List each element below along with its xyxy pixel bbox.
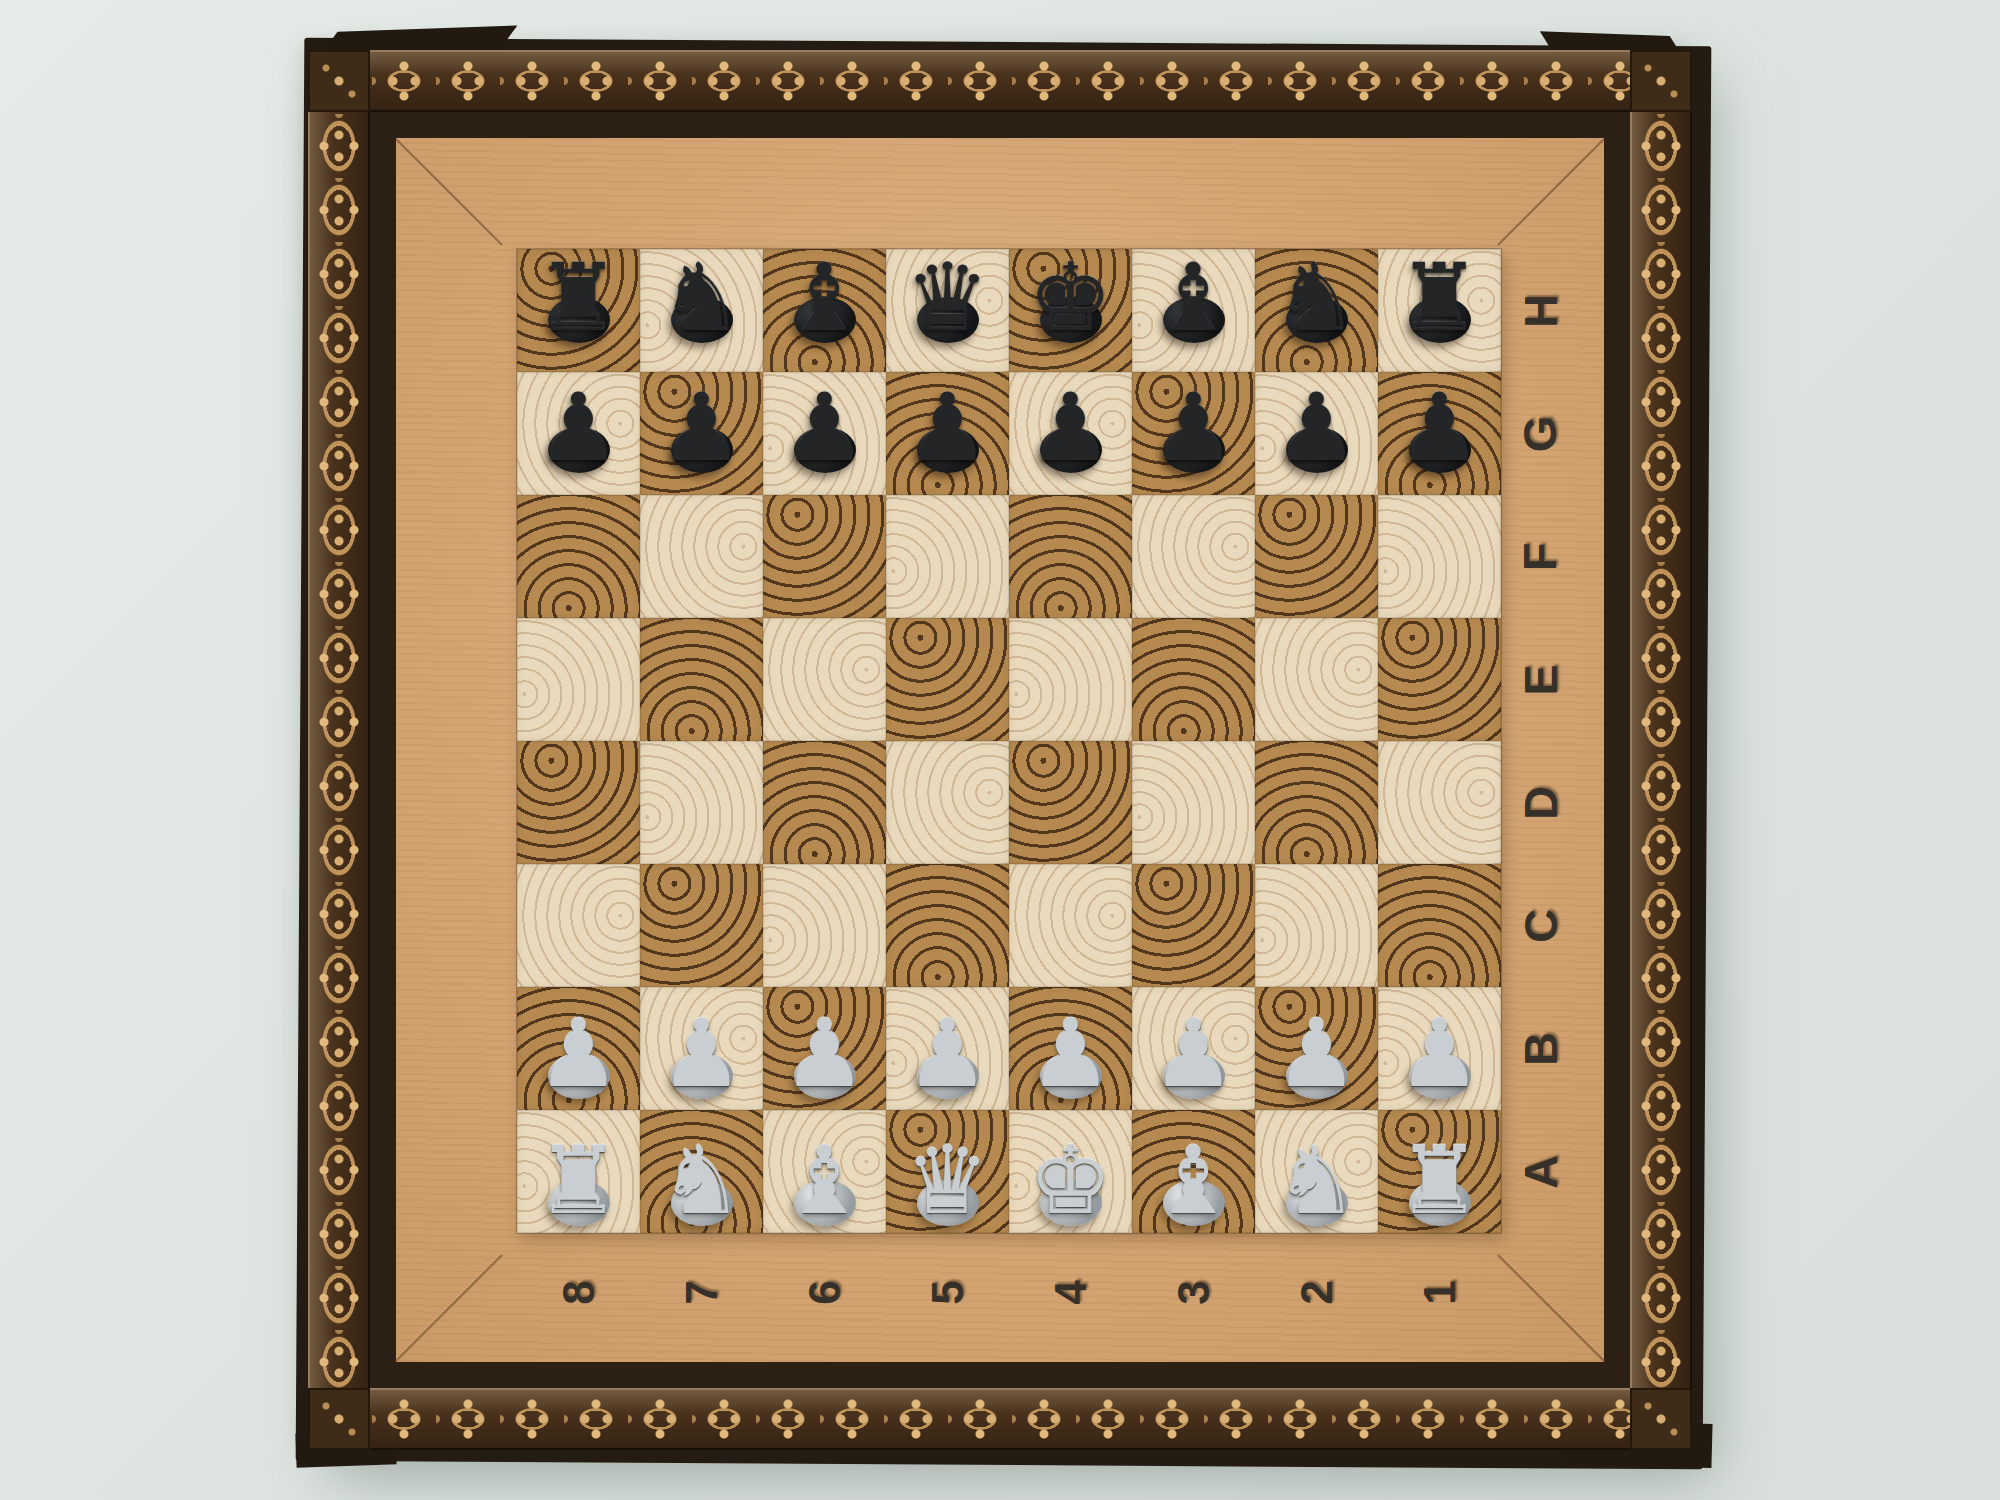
file-label-D: D (1500, 741, 1580, 864)
square-b2[interactable]: ♟ (1255, 987, 1378, 1110)
square-a6[interactable]: ♝ (763, 1110, 886, 1233)
piece-bP[interactable]: ♟ (1397, 381, 1481, 475)
square-f3[interactable] (1132, 495, 1255, 618)
square-a1[interactable]: ♜ (1378, 1110, 1501, 1233)
square-h7[interactable]: ♞ (640, 249, 763, 372)
piece-bB[interactable]: ♝ (782, 251, 866, 345)
square-a8[interactable]: ♜ (517, 1110, 640, 1233)
piece-wB[interactable]: ♝ (1151, 1134, 1235, 1228)
square-d7[interactable] (640, 741, 763, 864)
square-c7[interactable] (640, 864, 763, 987)
square-e7[interactable] (640, 618, 763, 741)
square-d1[interactable] (1378, 741, 1501, 864)
square-g8[interactable]: ♟ (517, 372, 640, 495)
square-a7[interactable]: ♞ (640, 1110, 763, 1233)
rank-label-7: 7 (640, 1244, 763, 1340)
rank-label-6: 6 (763, 1244, 886, 1340)
frame-corner (1630, 50, 1692, 112)
piece-wR[interactable]: ♜ (1397, 1134, 1481, 1228)
rank-label-1: 1 (1378, 1244, 1501, 1340)
square-e8[interactable] (517, 618, 640, 741)
square-g7[interactable]: ♟ (640, 372, 763, 495)
square-g1[interactable]: ♟ (1378, 372, 1501, 495)
photo-stage: ♜♞♝♛♚♝♞♜♟♟♟♟♟♟♟♟♟♟♟♟♟♟♟♟♜♞♝♛♚♝♞♜ HGFEDCB… (0, 0, 2000, 1500)
square-a3[interactable]: ♝ (1132, 1110, 1255, 1233)
frame-ornate-right (1630, 50, 1692, 1450)
piece-wN[interactable]: ♞ (1274, 1134, 1358, 1228)
square-b1[interactable]: ♟ (1378, 987, 1501, 1110)
square-h1[interactable]: ♜ (1378, 249, 1501, 372)
frame-ornate-top (308, 50, 1692, 112)
square-f6[interactable] (763, 495, 886, 618)
square-g2[interactable]: ♟ (1255, 372, 1378, 495)
piece-wP[interactable]: ♟ (905, 1007, 989, 1101)
square-e6[interactable] (763, 618, 886, 741)
piece-bK[interactable]: ♚ (1028, 251, 1112, 345)
square-d6[interactable] (763, 741, 886, 864)
square-b4[interactable]: ♟ (1009, 987, 1132, 1110)
piece-wP[interactable]: ♟ (536, 1007, 620, 1101)
piece-bP[interactable]: ♟ (905, 381, 989, 475)
piece-wP[interactable]: ♟ (1397, 1007, 1481, 1101)
piece-bP[interactable]: ♟ (536, 381, 620, 475)
piece-wR[interactable]: ♜ (536, 1134, 620, 1228)
square-b3[interactable]: ♟ (1132, 987, 1255, 1110)
square-d5[interactable] (886, 741, 1009, 864)
piece-bQ[interactable]: ♛ (905, 251, 989, 345)
rank-label-4: 4 (1009, 1244, 1132, 1340)
chess-board: ♜♞♝♛♚♝♞♜♟♟♟♟♟♟♟♟♟♟♟♟♟♟♟♟♜♞♝♛♚♝♞♜ (517, 249, 1501, 1233)
square-h6[interactable]: ♝ (763, 249, 886, 372)
square-h3[interactable]: ♝ (1132, 249, 1255, 372)
piece-bP[interactable]: ♟ (1151, 381, 1235, 475)
rank-label-3: 3 (1132, 1244, 1255, 1340)
square-f7[interactable] (640, 495, 763, 618)
frame-corner (308, 1388, 370, 1450)
file-labels: HGFEDCBA (1500, 249, 1580, 1233)
square-a2[interactable]: ♞ (1255, 1110, 1378, 1233)
file-label-G: G (1500, 372, 1580, 495)
square-f1[interactable] (1378, 495, 1501, 618)
rank-labels: 87654321 (517, 1244, 1501, 1340)
frame-ornate-bottom (308, 1388, 1692, 1450)
square-a5[interactable]: ♛ (886, 1110, 1009, 1233)
square-f5[interactable] (886, 495, 1009, 618)
file-label-A: A (1500, 1110, 1580, 1233)
rank-label-5: 5 (886, 1244, 1009, 1340)
piece-bR[interactable]: ♜ (1397, 251, 1481, 345)
rank-label-8: 8 (517, 1244, 640, 1340)
piece-wK[interactable]: ♚ (1028, 1134, 1112, 1228)
square-g5[interactable]: ♟ (886, 372, 1009, 495)
piece-wP[interactable]: ♟ (1028, 1007, 1112, 1101)
piece-bR[interactable]: ♜ (536, 251, 620, 345)
piece-wB[interactable]: ♝ (782, 1134, 866, 1228)
frame-corner (1630, 1388, 1692, 1450)
square-c4[interactable] (1009, 864, 1132, 987)
piece-bP[interactable]: ♟ (782, 381, 866, 475)
square-h5[interactable]: ♛ (886, 249, 1009, 372)
piece-bN[interactable]: ♞ (1274, 251, 1358, 345)
piece-wQ[interactable]: ♛ (905, 1134, 989, 1228)
file-label-H: H (1500, 249, 1580, 372)
rank-label-2: 2 (1255, 1244, 1378, 1340)
square-d8[interactable] (517, 741, 640, 864)
square-f2[interactable] (1255, 495, 1378, 618)
square-a4[interactable]: ♚ (1009, 1110, 1132, 1233)
piece-wP[interactable]: ♟ (782, 1007, 866, 1101)
square-h8[interactable]: ♜ (517, 249, 640, 372)
square-d3[interactable] (1132, 741, 1255, 864)
square-e5[interactable] (886, 618, 1009, 741)
piece-bB[interactable]: ♝ (1151, 251, 1235, 345)
square-c1[interactable] (1378, 864, 1501, 987)
frame-corner (308, 50, 370, 112)
square-g4[interactable]: ♟ (1009, 372, 1132, 495)
piece-wP[interactable]: ♟ (1151, 1007, 1235, 1101)
square-e2[interactable] (1255, 618, 1378, 741)
file-label-C: C (1500, 864, 1580, 987)
square-e3[interactable] (1132, 618, 1255, 741)
square-b6[interactable]: ♟ (763, 987, 886, 1110)
square-d2[interactable] (1255, 741, 1378, 864)
square-f4[interactable] (1009, 495, 1132, 618)
square-c6[interactable] (763, 864, 886, 987)
square-d4[interactable] (1009, 741, 1132, 864)
frame-ornate-left (308, 50, 370, 1450)
piece-wN[interactable]: ♞ (659, 1134, 743, 1228)
file-label-F: F (1500, 495, 1580, 618)
square-b7[interactable]: ♟ (640, 987, 763, 1110)
square-h4[interactable]: ♚ (1009, 249, 1132, 372)
square-e4[interactable] (1009, 618, 1132, 741)
piece-bN[interactable]: ♞ (659, 251, 743, 345)
square-f8[interactable] (517, 495, 640, 618)
square-b8[interactable]: ♟ (517, 987, 640, 1110)
square-c8[interactable] (517, 864, 640, 987)
piece-bP[interactable]: ♟ (1028, 381, 1112, 475)
piece-wP[interactable]: ♟ (659, 1007, 743, 1101)
file-label-E: E (1500, 618, 1580, 741)
square-c2[interactable] (1255, 864, 1378, 987)
piece-bP[interactable]: ♟ (1274, 381, 1358, 475)
file-label-B: B (1500, 987, 1580, 1110)
square-h2[interactable]: ♞ (1255, 249, 1378, 372)
piece-bP[interactable]: ♟ (659, 381, 743, 475)
square-c3[interactable] (1132, 864, 1255, 987)
square-g6[interactable]: ♟ (763, 372, 886, 495)
square-b5[interactable]: ♟ (886, 987, 1009, 1110)
square-e1[interactable] (1378, 618, 1501, 741)
square-g3[interactable]: ♟ (1132, 372, 1255, 495)
square-c5[interactable] (886, 864, 1009, 987)
piece-wP[interactable]: ♟ (1274, 1007, 1358, 1101)
